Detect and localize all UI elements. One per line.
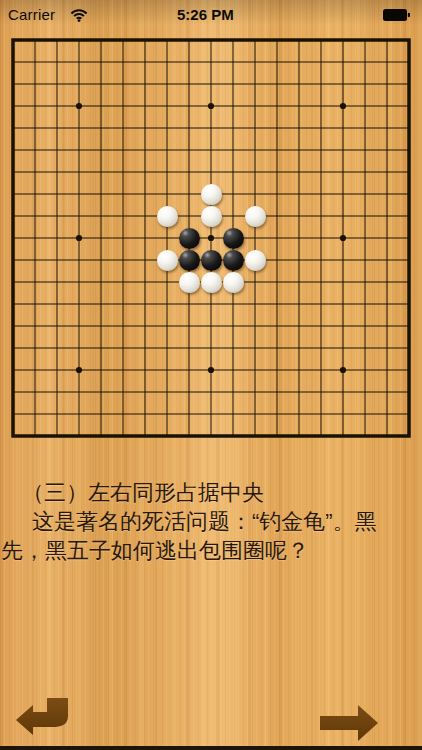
black-stone — [179, 250, 200, 271]
black-stone — [201, 250, 222, 271]
next-problem-button[interactable] — [320, 705, 378, 741]
wifi-icon — [70, 8, 88, 26]
white-stone — [201, 272, 222, 293]
problem-body-line-2: 先，黑五子如何逃出包围圈呢？ — [0, 536, 422, 565]
problem-title: （三）左右同形占据中央 — [0, 478, 422, 507]
white-stone — [157, 250, 178, 271]
black-stone — [223, 250, 244, 271]
black-stone — [179, 228, 200, 249]
problem-text: （三）左右同形占据中央 这是著名的死活问题：“钓金龟”。黑 先，黑五子如何逃出包… — [0, 478, 422, 565]
stones-grid — [2, 29, 420, 447]
problem-body-line-1: 这是著名的死活问题：“钓金龟”。黑 — [0, 507, 422, 536]
forward-arrow-icon — [320, 705, 378, 741]
white-stone — [179, 272, 200, 293]
prev-problem-button[interactable] — [16, 698, 72, 738]
white-stone — [223, 272, 244, 293]
go-board[interactable] — [2, 29, 420, 447]
battery-icon — [383, 8, 410, 26]
white-stone — [245, 206, 266, 227]
black-stone — [223, 228, 244, 249]
back-arrow-icon — [16, 698, 72, 738]
white-stone — [201, 184, 222, 205]
white-stone — [201, 206, 222, 227]
white-stone — [157, 206, 178, 227]
carrier-label: Carrier — [8, 6, 55, 23]
clock-label: 5:26 PM — [177, 6, 234, 23]
status-bar: Carrier 5:26 PM — [0, 0, 422, 28]
bottom-edge — [0, 746, 422, 750]
white-stone — [245, 250, 266, 271]
